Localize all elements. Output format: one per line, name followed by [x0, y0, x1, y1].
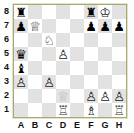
white-rook: ♖	[57, 103, 69, 116]
square-b7[interactable]: ♕	[28, 19, 42, 33]
square-f4[interactable]	[84, 61, 98, 75]
rank-label-3: 3	[0, 74, 13, 88]
square-b8[interactable]	[28, 5, 42, 19]
square-h5[interactable]	[112, 47, 126, 61]
square-e5[interactable]	[70, 47, 84, 61]
rank-label-6: 6	[0, 32, 13, 46]
file-label-H: H	[112, 120, 126, 130]
square-b2[interactable]	[28, 89, 42, 103]
chess-board: ♜♜♔♟♕♟♟♟♘♛♙♝♙♙♕♙♙♙♖♗♖	[13, 4, 127, 118]
square-e7[interactable]	[70, 19, 84, 33]
square-c8[interactable]	[42, 5, 56, 19]
square-a6[interactable]	[14, 33, 28, 47]
square-f5[interactable]	[84, 47, 98, 61]
square-f3[interactable]	[84, 75, 98, 89]
rank-label-2: 2	[0, 88, 13, 102]
black-pawn: ♟	[99, 19, 111, 32]
rank-label-5: 5	[0, 46, 13, 60]
square-c6[interactable]: ♘	[42, 33, 56, 47]
white-knight: ♘	[43, 33, 55, 46]
square-b6[interactable]	[28, 33, 42, 47]
white-pawn: ♙	[43, 75, 55, 88]
square-h7[interactable]: ♟	[112, 19, 126, 33]
square-c5[interactable]	[42, 47, 56, 61]
square-d5[interactable]: ♙	[56, 47, 70, 61]
white-pawn: ♙	[113, 89, 125, 102]
black-pawn: ♟	[85, 19, 97, 32]
ghost-white-queen: ♕	[57, 89, 69, 102]
square-a5[interactable]: ♛	[14, 47, 28, 61]
square-b3[interactable]	[28, 75, 42, 89]
file-label-C: C	[42, 120, 56, 130]
white-pawn: ♙	[85, 89, 97, 102]
black-bishop: ♝	[15, 61, 27, 74]
square-d2[interactable]: ♕	[56, 89, 70, 103]
square-g4[interactable]	[98, 61, 112, 75]
square-g8[interactable]: ♔	[98, 5, 112, 19]
file-label-G: G	[98, 120, 112, 130]
square-b1[interactable]	[28, 103, 42, 117]
square-h4[interactable]	[112, 61, 126, 75]
square-e4[interactable]	[70, 61, 84, 75]
square-e3[interactable]	[70, 75, 84, 89]
file-labels: ABCDEFGH	[14, 120, 126, 130]
square-c7[interactable]	[42, 19, 56, 33]
black-pawn: ♟	[113, 19, 125, 32]
file-label-F: F	[84, 120, 98, 130]
square-a7[interactable]: ♟	[14, 19, 28, 33]
black-rook: ♜	[15, 5, 27, 18]
square-d3[interactable]	[56, 75, 70, 89]
square-g5[interactable]	[98, 47, 112, 61]
square-h6[interactable]	[112, 33, 126, 47]
square-c3[interactable]: ♙	[42, 75, 56, 89]
white-pawn: ♙	[57, 47, 69, 60]
file-label-A: A	[14, 120, 28, 130]
square-f7[interactable]: ♟	[84, 19, 98, 33]
chess-diagram: 87654321 ♜♜♔♟♕♟♟♟♘♛♙♝♙♙♕♙♙♙♖♗♖ ABCDEFGH	[0, 0, 134, 133]
file-label-D: D	[56, 120, 70, 130]
square-h8[interactable]	[112, 5, 126, 19]
square-d8[interactable]	[56, 5, 70, 19]
square-g2[interactable]: ♙	[98, 89, 112, 103]
square-a1[interactable]	[14, 103, 28, 117]
square-h3[interactable]	[112, 75, 126, 89]
black-queen: ♛	[15, 47, 27, 60]
square-c4[interactable]	[42, 61, 56, 75]
square-a4[interactable]: ♝	[14, 61, 28, 75]
white-bishop: ♗	[85, 103, 97, 116]
square-c2[interactable]	[42, 89, 56, 103]
rank-label-8: 8	[0, 4, 13, 18]
white-king: ♔	[99, 5, 111, 18]
square-a8[interactable]: ♜	[14, 5, 28, 19]
square-a2[interactable]	[14, 89, 28, 103]
rank-label-7: 7	[0, 18, 13, 32]
square-b4[interactable]	[28, 61, 42, 75]
square-f6[interactable]	[84, 33, 98, 47]
white-pawn: ♙	[15, 75, 27, 88]
square-d1[interactable]: ♖	[56, 103, 70, 117]
square-e6[interactable]	[70, 33, 84, 47]
black-rook: ♜	[85, 5, 97, 18]
square-e1[interactable]	[70, 103, 84, 117]
file-label-E: E	[70, 120, 84, 130]
square-g3[interactable]	[98, 75, 112, 89]
square-g6[interactable]	[98, 33, 112, 47]
square-f1[interactable]: ♗	[84, 103, 98, 117]
square-f2[interactable]: ♙	[84, 89, 98, 103]
square-g1[interactable]	[98, 103, 112, 117]
square-e8[interactable]	[70, 5, 84, 19]
square-d6[interactable]	[56, 33, 70, 47]
rank-label-4: 4	[0, 60, 13, 74]
square-a3[interactable]: ♙	[14, 75, 28, 89]
rank-labels: 87654321	[0, 4, 13, 116]
square-f8[interactable]: ♜	[84, 5, 98, 19]
square-c1[interactable]	[42, 103, 56, 117]
square-g7[interactable]: ♟	[98, 19, 112, 33]
square-e2[interactable]	[70, 89, 84, 103]
black-pawn: ♟	[15, 19, 27, 32]
square-h2[interactable]: ♙	[112, 89, 126, 103]
white-queen: ♕	[29, 19, 41, 32]
square-h1[interactable]: ♖	[112, 103, 126, 117]
white-pawn: ♙	[99, 89, 111, 102]
square-d7[interactable]	[56, 19, 70, 33]
square-b5[interactable]	[28, 47, 42, 61]
rank-label-1: 1	[0, 102, 13, 116]
square-d4[interactable]	[56, 61, 70, 75]
white-rook: ♖	[113, 103, 125, 116]
file-label-B: B	[28, 120, 42, 130]
